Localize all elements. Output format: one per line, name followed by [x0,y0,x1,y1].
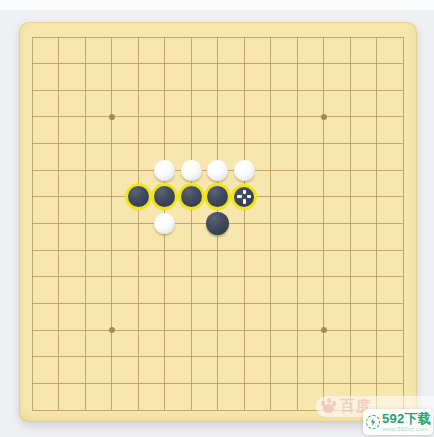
badge-url: www.592xz.com [382,426,430,432]
black-stone [207,186,228,207]
star-point [321,327,327,333]
white-stone [207,160,228,181]
white-stone [181,160,202,181]
grid-line [32,383,403,384]
white-stone [234,160,255,181]
black-stone [128,186,149,207]
grid-line [297,37,298,410]
move-marker-crosshair-icon [234,187,254,207]
gomoku-board[interactable] [19,22,417,422]
lightning-icon [366,415,380,429]
star-point [109,327,115,333]
grid-line [32,303,403,304]
grid-line [32,330,403,331]
black-stone [181,186,202,207]
grid-line [32,356,403,357]
download-badge: 592下载 www.592xz.com [363,409,433,435]
grid-line [350,37,351,410]
star-point [321,114,327,120]
top-strip [0,0,434,10]
white-stone [154,213,175,234]
grid-line [323,37,324,410]
white-stone [154,160,175,181]
grid-line [32,276,403,277]
grid-line [270,37,271,410]
black-stone [206,212,229,235]
badge-title: 592下载 [382,412,430,425]
grid-line [32,250,403,251]
star-point [109,114,115,120]
grid-line [403,37,404,410]
grid-line [376,37,377,410]
black-stone [154,186,175,207]
grid-line [244,37,245,410]
baidu-paw-icon [320,398,337,415]
